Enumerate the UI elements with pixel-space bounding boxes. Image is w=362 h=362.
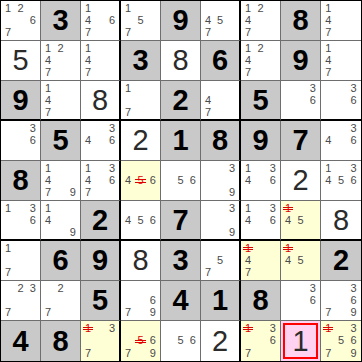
eliminated-candidate-1: 1 (242, 322, 254, 335)
pencil-marks: 56 (162, 162, 199, 199)
eliminated-candidate-5: 5 (134, 335, 146, 348)
candidate-4: 4 (42, 54, 54, 66)
candidate-4: 4 (242, 14, 254, 26)
pencil-marks: 237 (2, 282, 39, 319)
cell-r9c7[interactable]: 1367 (241, 321, 281, 361)
candidate-6: 6 (347, 335, 360, 348)
candidate-7: 7 (82, 27, 94, 39)
cell-r9c4[interactable]: 5679 (121, 321, 161, 361)
cell-r5c6[interactable]: 39 (201, 161, 241, 201)
candidate-3: 3 (226, 202, 238, 214)
cell-r4c3[interactable]: 346 (81, 121, 121, 161)
eliminated-candidate-1: 1 (282, 202, 294, 214)
pencil-marks: 147 (242, 242, 279, 279)
candidate-6: 6 (347, 294, 360, 306)
cell-r8c3[interactable]: 5 (81, 281, 121, 321)
given-digit: 5 (241, 81, 280, 119)
pencil-marks: 1267 (2, 2, 39, 39)
candidate-3: 3 (27, 282, 39, 294)
candidate-1: 1 (122, 2, 134, 14)
candidate-6: 6 (267, 214, 279, 226)
cell-r4c8[interactable]: 7 (281, 121, 321, 161)
pencil-marks: 145 (282, 242, 319, 279)
cell-r1c8[interactable]: 8 (281, 1, 321, 41)
cell-r1c5[interactable]: 9 (161, 1, 201, 41)
given-digit: 3 (121, 41, 160, 80)
cell-r1c4[interactable]: 157 (121, 1, 161, 41)
candidate-4: 4 (42, 174, 54, 186)
given-digit: 4 (161, 281, 200, 320)
given-digit: 8 (281, 1, 320, 40)
pencil-marks: 47 (202, 82, 238, 118)
candidate-7: 7 (42, 106, 54, 118)
eliminated-candidate-5: 5 (134, 174, 146, 186)
pencil-marks: 17 (2, 242, 39, 279)
pencil-marks: 147 (322, 2, 360, 39)
candidate-6: 6 (267, 335, 279, 348)
cell-r8c6[interactable]: 1 (201, 281, 241, 321)
solved-digit: 2 (281, 161, 320, 200)
pencil-marks: 36 (322, 82, 360, 118)
cell-r3c5[interactable]: 2 (161, 81, 201, 121)
candidate-1: 1 (322, 162, 335, 174)
candidate-7: 7 (322, 347, 335, 360)
cell-r5c8[interactable]: 2 (281, 161, 321, 201)
candidate-4: 4 (202, 14, 214, 26)
candidate-9: 9 (347, 307, 360, 319)
candidate-4: 4 (242, 174, 254, 186)
solved-digit: 8 (81, 81, 119, 119)
cell-r6c4[interactable]: 456 (121, 201, 161, 241)
candidate-2: 2 (54, 282, 66, 294)
pencil-marks: 679 (122, 282, 159, 319)
cell-r3c8[interactable]: 36 (281, 81, 321, 121)
candidate-1: 1 (82, 42, 94, 54)
candidate-7: 7 (202, 106, 214, 118)
candidate-1: 1 (82, 2, 94, 14)
pencil-marks: 39 (202, 202, 238, 238)
candidate-4: 4 (322, 174, 335, 186)
candidate-1: 1 (42, 202, 54, 214)
cell-r1c2[interactable]: 3 (41, 1, 81, 41)
given-digit: 8 (201, 121, 239, 160)
candidate-9: 9 (147, 347, 159, 360)
candidate-1: 1 (42, 42, 54, 54)
eliminated-candidate-1: 1 (322, 322, 335, 335)
candidate-9: 9 (67, 187, 79, 199)
solved-digit: 5 (1, 41, 40, 80)
candidate-1: 1 (242, 42, 254, 54)
candidate-2: 2 (14, 282, 26, 294)
cell-r9c6[interactable]: 2 (201, 321, 241, 361)
given-digit: 9 (281, 41, 320, 80)
cell-r2c6[interactable]: 6 (201, 41, 241, 81)
pencil-marks: 147 (82, 42, 118, 79)
candidate-5: 5 (174, 335, 186, 348)
pencil-marks: 1247 (242, 2, 279, 39)
given-digit: 9 (161, 1, 200, 40)
cell-r8c2[interactable]: 27 (41, 281, 81, 321)
candidate-3: 3 (106, 162, 118, 174)
given-digit: 1 (201, 281, 239, 320)
cell-r7c5[interactable]: 3 (161, 241, 201, 281)
cell-r4c6[interactable]: 8 (201, 121, 241, 161)
candidate-6: 6 (106, 174, 118, 186)
cell-r6c8[interactable]: 145 (281, 201, 321, 241)
given-digit: 4 (1, 321, 40, 361)
cell-r9c5[interactable]: 56 (161, 321, 201, 361)
given-digit: 3 (41, 1, 80, 40)
cell-r1c9[interactable]: 147 (321, 1, 361, 41)
pencil-marks: 13467 (82, 162, 118, 199)
pencil-marks: 147 (42, 82, 79, 118)
candidate-7: 7 (322, 67, 335, 79)
cell-r6c6[interactable]: 39 (201, 201, 241, 241)
given-digit: 6 (201, 41, 239, 80)
candidate-7: 7 (242, 67, 254, 79)
pencil-marks: 136 (2, 202, 39, 238)
pencil-marks: 137 (82, 322, 118, 360)
cell-r6c5[interactable]: 7 (161, 201, 201, 241)
cell-r9c9[interactable]: 135679 (321, 321, 361, 361)
candidate-7: 7 (2, 267, 14, 279)
given-digit: 5 (41, 121, 80, 160)
cell-r3c2[interactable]: 147 (41, 81, 81, 121)
candidate-1: 1 (42, 82, 54, 94)
pencil-marks: 1367 (242, 322, 279, 360)
solved-digit: 2 (201, 321, 239, 361)
cell-r6c7[interactable]: 1346 (241, 201, 281, 241)
pencil-marks: 456 (122, 162, 159, 199)
pencil-marks: 36 (282, 82, 319, 118)
solved-digit: 8 (161, 41, 200, 80)
given-digit: 2 (321, 241, 361, 280)
pencil-marks: 346 (322, 122, 360, 159)
pencil-marks: 1247 (42, 42, 79, 79)
cell-r8c9[interactable]: 3679 (321, 281, 361, 321)
candidate-6: 6 (187, 335, 199, 348)
candidate-7: 7 (122, 347, 134, 360)
given-digit: 7 (281, 121, 320, 160)
candidate-7: 7 (42, 187, 54, 199)
cell-r8c4[interactable]: 679 (121, 281, 161, 321)
cell-r5c4[interactable]: 456 (121, 161, 161, 201)
cell-r8c7[interactable]: 8 (241, 281, 281, 321)
cell-r4c4[interactable]: 2 (121, 121, 161, 161)
cell-r3c9[interactable]: 36 (321, 81, 361, 121)
candidate-7: 7 (122, 27, 134, 39)
candidate-4: 4 (82, 54, 94, 66)
pencil-marks: 147 (322, 42, 360, 79)
cell-r1c6[interactable]: 457 (201, 1, 241, 41)
sudoku-board: 1267314671579457124781475124714738612479… (0, 0, 362, 362)
candidate-6: 6 (187, 174, 199, 186)
candidate-4: 4 (322, 54, 335, 66)
candidate-7: 7 (322, 307, 335, 319)
cell-r8c8[interactable]: 36 (281, 281, 321, 321)
cell-r7c9[interactable]: 2 (321, 241, 361, 281)
candidate-5: 5 (214, 14, 226, 26)
cell-r2c8[interactable]: 9 (281, 41, 321, 81)
cell-r7c1[interactable]: 17 (1, 241, 41, 281)
candidate-4: 4 (242, 214, 254, 226)
given-digit: 7 (161, 201, 200, 239)
candidate-3: 3 (347, 122, 360, 134)
candidate-5: 5 (214, 254, 226, 266)
cell-r4c7[interactable]: 9 (241, 121, 281, 161)
candidate-5: 5 (134, 14, 146, 26)
candidate-4: 4 (282, 254, 294, 266)
cell-r4c1[interactable]: 36 (1, 121, 41, 161)
given-digit: 2 (81, 201, 119, 239)
candidate-1: 1 (2, 2, 14, 14)
cell-r1c3[interactable]: 1467 (81, 1, 121, 41)
candidate-4: 4 (82, 14, 94, 26)
pencil-marks: 3679 (322, 282, 360, 319)
candidate-1: 1 (242, 202, 254, 214)
candidate-4: 4 (202, 94, 214, 106)
candidate-7: 7 (2, 27, 14, 39)
pencil-marks: 36 (282, 282, 319, 319)
candidate-4: 4 (242, 254, 254, 266)
candidate-6: 6 (27, 214, 39, 226)
candidate-9: 9 (147, 307, 159, 319)
pencil-marks: 135679 (322, 322, 360, 360)
candidate-1: 1 (242, 162, 254, 174)
cell-r3c1[interactable]: 9 (1, 81, 41, 121)
pencil-marks: 145 (282, 202, 319, 238)
candidate-2: 2 (54, 42, 66, 54)
cell-r7c6[interactable]: 57 (201, 241, 241, 281)
candidate-3: 3 (27, 122, 39, 134)
candidate-3: 3 (106, 322, 118, 335)
candidate-3: 3 (267, 202, 279, 214)
cell-r5c1[interactable]: 8 (1, 161, 41, 201)
cell-r2c1[interactable]: 5 (1, 41, 41, 81)
pencil-marks: 1346 (242, 202, 279, 238)
candidate-1: 1 (122, 82, 134, 94)
cell-r1c1[interactable]: 1267 (1, 1, 41, 41)
candidate-4: 4 (42, 94, 54, 106)
candidate-5: 5 (335, 335, 348, 348)
pencil-marks: 5679 (122, 322, 159, 360)
cell-r9c3[interactable]: 137 (81, 321, 121, 361)
cell-r2c5[interactable]: 8 (161, 41, 201, 81)
pencil-marks: 1346 (242, 162, 279, 199)
candidate-1: 1 (82, 162, 94, 174)
pencil-marks: 27 (42, 282, 79, 319)
candidate-7: 7 (82, 67, 94, 79)
cell-r7c3[interactable]: 9 (81, 241, 121, 281)
candidate-7: 7 (322, 27, 335, 39)
candidate-3: 3 (307, 282, 319, 294)
candidate-3: 3 (267, 322, 279, 335)
candidate-6: 6 (106, 134, 118, 146)
candidate-4: 4 (282, 214, 294, 226)
candidate-6: 6 (307, 94, 319, 106)
given-digit: 6 (41, 241, 80, 280)
cell-r4c9[interactable]: 346 (321, 121, 361, 161)
candidate-1: 1 (2, 202, 14, 214)
candidate-5: 5 (294, 214, 306, 226)
candidate-7: 7 (82, 187, 94, 199)
cell-r4c5[interactable]: 1 (161, 121, 201, 161)
candidate-6: 6 (347, 134, 360, 146)
cell-r7c2[interactable]: 6 (41, 241, 81, 281)
cell-r7c7[interactable]: 147 (241, 241, 281, 281)
cell-r2c9[interactable]: 147 (321, 41, 361, 81)
cell-r5c2[interactable]: 1479 (41, 161, 81, 201)
given-digit: 2 (161, 81, 200, 119)
eliminated-candidate-1: 1 (242, 242, 254, 254)
cell-r2c7[interactable]: 1247 (241, 41, 281, 81)
solved-digit: 8 (321, 201, 361, 239)
pencil-marks: 1247 (242, 42, 279, 79)
candidate-2: 2 (254, 42, 266, 54)
candidate-7: 7 (242, 267, 254, 279)
solved-digit: 2 (121, 121, 160, 160)
cell-r2c2[interactable]: 1247 (41, 41, 81, 81)
eliminated-candidate-1: 1 (82, 322, 94, 335)
candidate-3: 3 (307, 82, 319, 94)
pencil-marks: 456 (122, 202, 159, 238)
candidate-4: 4 (242, 54, 254, 66)
cell-r6c1[interactable]: 136 (1, 201, 41, 241)
candidate-5: 5 (335, 174, 348, 186)
pencil-marks: 157 (122, 2, 159, 39)
candidate-1: 1 (2, 242, 14, 254)
cell-r4c2[interactable]: 5 (41, 121, 81, 161)
pencil-marks: 56 (162, 322, 199, 360)
cell-r9c8[interactable]: 1 (281, 321, 321, 361)
eliminated-candidate-1: 1 (282, 242, 294, 254)
candidate-9: 9 (347, 347, 360, 360)
candidate-3: 3 (347, 162, 360, 174)
given-digit: 9 (1, 81, 40, 119)
given-digit: 8 (241, 281, 280, 320)
candidate-3: 3 (226, 162, 238, 174)
candidate-7: 7 (202, 267, 214, 279)
candidate-4: 4 (82, 174, 94, 186)
solved-digit: 8 (121, 241, 160, 280)
cell-r6c3[interactable]: 2 (81, 201, 121, 241)
candidate-6: 6 (147, 294, 159, 306)
cell-r8c1[interactable]: 237 (1, 281, 41, 321)
candidate-4: 4 (122, 214, 134, 226)
candidate-3: 3 (347, 282, 360, 294)
cell-r5c7[interactable]: 1346 (241, 161, 281, 201)
candidate-7: 7 (242, 347, 254, 360)
cell-r7c8[interactable]: 145 (281, 241, 321, 281)
candidate-7: 7 (42, 67, 54, 79)
given-digit: 9 (81, 241, 119, 280)
cell-r5c3[interactable]: 13467 (81, 161, 121, 201)
candidate-6: 6 (307, 294, 319, 306)
candidate-9: 9 (226, 187, 238, 199)
candidate-4: 4 (82, 134, 94, 146)
candidate-7: 7 (2, 307, 14, 319)
candidate-6: 6 (27, 14, 39, 26)
candidate-1: 1 (322, 2, 335, 14)
cell-r8c5[interactable]: 4 (161, 281, 201, 321)
candidate-6: 6 (267, 174, 279, 186)
pencil-marks: 39 (202, 162, 238, 199)
candidate-5: 5 (174, 174, 186, 186)
candidate-4: 4 (122, 174, 134, 186)
candidate-4: 4 (322, 134, 335, 146)
candidate-7: 7 (122, 307, 134, 319)
pencil-marks: 346 (82, 122, 118, 159)
candidate-9: 9 (226, 226, 238, 238)
pencil-marks: 457 (202, 2, 238, 39)
pencil-marks: 36 (2, 122, 39, 159)
candidate-1: 1 (322, 42, 335, 54)
candidate-7: 7 (82, 347, 94, 360)
candidate-3: 3 (267, 162, 279, 174)
candidate-3: 3 (27, 202, 39, 214)
cell-r6c9[interactable]: 8 (321, 201, 361, 241)
cell-r9c1[interactable]: 4 (1, 321, 41, 361)
candidate-5: 5 (134, 214, 146, 226)
cell-r5c9[interactable]: 13456 (321, 161, 361, 201)
given-digit: 5 (81, 281, 119, 320)
candidate-6: 6 (147, 335, 159, 348)
cell-r1c7[interactable]: 1247 (241, 1, 281, 41)
candidate-9: 9 (67, 226, 79, 238)
cell-r2c4[interactable]: 3 (121, 41, 161, 81)
candidate-2: 2 (254, 2, 266, 14)
cell-r6c2[interactable]: 149 (41, 201, 81, 241)
pencil-marks: 57 (202, 242, 238, 279)
candidate-6: 6 (147, 214, 159, 226)
cell-r3c4[interactable]: 17 (121, 81, 161, 121)
pencil-marks: 17 (122, 82, 159, 118)
cell-r2c3[interactable]: 147 (81, 41, 121, 81)
cell-r3c3[interactable]: 8 (81, 81, 121, 121)
candidate-6: 6 (27, 134, 39, 146)
candidate-7: 7 (202, 27, 214, 39)
pencil-marks: 13456 (322, 162, 360, 199)
candidate-7: 7 (42, 307, 54, 319)
candidate-2: 2 (14, 2, 26, 14)
candidate-4: 4 (42, 214, 54, 226)
candidate-6: 6 (106, 14, 118, 26)
candidate-1: 1 (42, 162, 54, 174)
candidate-6: 6 (147, 174, 159, 186)
given-digit: 8 (1, 161, 40, 200)
cell-r5c5[interactable]: 56 (161, 161, 201, 201)
candidate-6: 6 (347, 94, 360, 106)
candidate-7: 7 (242, 27, 254, 39)
candidate-3: 3 (347, 322, 360, 335)
cell-r9c2[interactable]: 8 (41, 321, 81, 361)
cell-r3c6[interactable]: 47 (201, 81, 241, 121)
pencil-marks: 1479 (42, 162, 79, 199)
cell-r3c7[interactable]: 5 (241, 81, 281, 121)
given-digit: 3 (161, 241, 200, 280)
candidate-3: 3 (347, 82, 360, 94)
candidate-1: 1 (242, 2, 254, 14)
given-digit: 1 (161, 121, 200, 160)
candidate-4: 4 (322, 14, 335, 26)
candidate-5: 5 (294, 254, 306, 266)
solved-digit: 1 (281, 321, 320, 361)
pencil-marks: 1467 (82, 2, 118, 39)
candidate-7: 7 (122, 106, 134, 118)
given-digit: 9 (241, 121, 280, 160)
cell-r7c4[interactable]: 8 (121, 241, 161, 281)
candidate-6: 6 (347, 174, 360, 186)
